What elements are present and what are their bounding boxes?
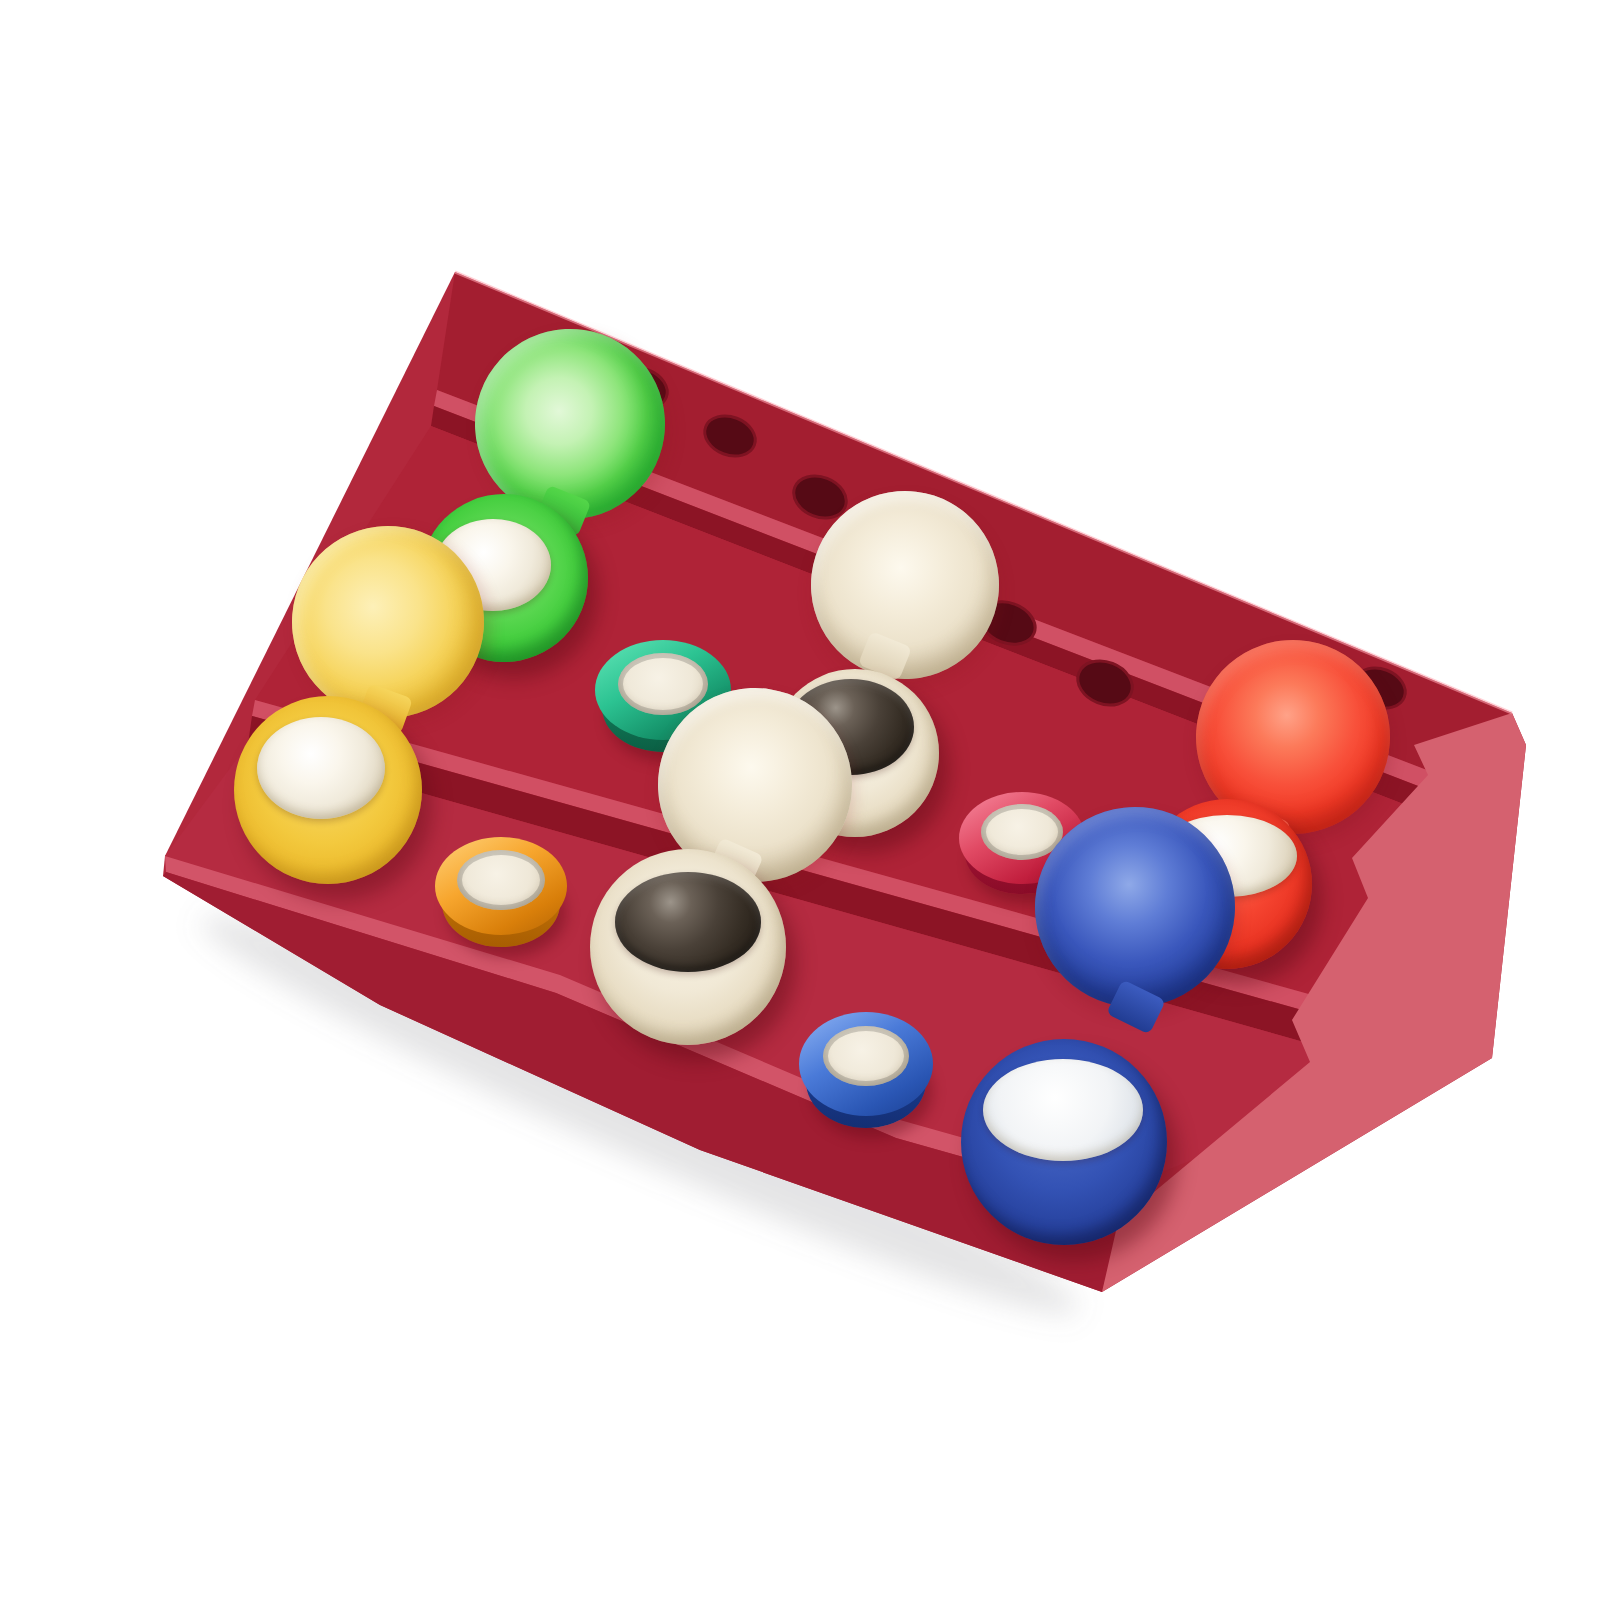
yellow-pot-base <box>234 696 422 884</box>
blue-cup <box>799 1012 933 1128</box>
blue-pot-insert <box>983 1059 1143 1161</box>
cream-front-pot-base <box>590 849 786 1045</box>
orange-cup-felt <box>457 850 545 910</box>
green-cup-felt <box>618 653 708 715</box>
cream-front-pot-oil <box>615 872 761 972</box>
orange-cup <box>435 837 567 947</box>
blue-pot-base <box>961 1039 1167 1245</box>
yellow-pot-insert <box>257 717 385 819</box>
blue-cup-felt <box>823 1026 909 1086</box>
product-photo-scene <box>0 0 1600 1600</box>
